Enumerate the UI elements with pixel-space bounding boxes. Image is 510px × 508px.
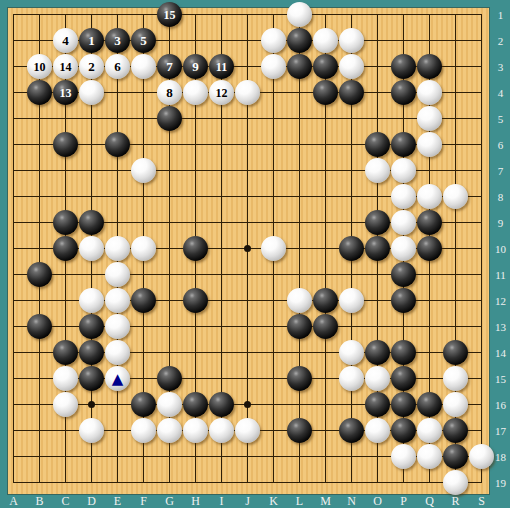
col-label-Q: Q [425,495,434,507]
stone-N14[interactable] [339,340,364,365]
row-label-10: 10 [495,243,506,254]
stone-H16[interactable] [183,392,208,417]
stone-N10[interactable] [339,236,364,261]
stone-L17[interactable] [287,418,312,443]
stone-M2[interactable] [313,28,338,53]
col-label-S: S [478,495,485,507]
stone-O10[interactable] [365,236,390,261]
col-label-K: K [269,495,278,507]
stone-E12[interactable] [105,288,130,313]
stone-Q17[interactable] [417,418,442,443]
stone-H12[interactable] [183,288,208,313]
row-label-12: 12 [495,295,506,306]
row-label-9: 9 [498,217,504,228]
col-label-N: N [347,495,356,507]
stone-Q4[interactable] [417,80,442,105]
stone-C14[interactable] [53,340,78,365]
stone-O17[interactable] [365,418,390,443]
stone-I3[interactable]: 11 [209,54,234,79]
stone-D4[interactable] [79,80,104,105]
stone-P16[interactable] [391,392,416,417]
stone-P11[interactable] [391,262,416,287]
stone-D17[interactable] [79,418,104,443]
stone-R8[interactable] [443,184,468,209]
stone-F10[interactable] [131,236,156,261]
stone-P18[interactable] [391,444,416,469]
move-number: 5 [140,34,147,47]
stone-Q16[interactable] [417,392,442,417]
stone-E6[interactable] [105,132,130,157]
stone-G17[interactable] [157,418,182,443]
col-label-R: R [451,495,459,507]
stone-R18[interactable] [443,444,468,469]
stone-G15[interactable] [157,366,182,391]
stone-F3[interactable] [131,54,156,79]
stone-F16[interactable] [131,392,156,417]
grid-line [13,482,482,483]
stone-D3[interactable]: 2 [79,54,104,79]
move-number: 15 [164,9,176,21]
move-number: 7 [166,60,173,73]
stone-O16[interactable] [365,392,390,417]
stone-P3[interactable] [391,54,416,79]
row-label-14: 14 [495,347,506,358]
row-label-1: 1 [498,9,504,20]
go-board-frame: 154135101426791113812▲ABCDEFGHIJKLMNOPQR… [0,0,510,508]
stone-B11[interactable] [27,262,52,287]
row-label-19: 19 [495,477,506,488]
stone-C9[interactable] [53,210,78,235]
stone-R19[interactable] [443,470,468,495]
col-label-L: L [296,495,303,507]
stone-L15[interactable] [287,366,312,391]
move-number: 4 [62,34,69,47]
stone-Q5[interactable] [417,106,442,131]
stone-B4[interactable] [27,80,52,105]
stone-O7[interactable] [365,158,390,183]
stone-G3[interactable]: 7 [157,54,182,79]
row-label-4: 4 [498,87,504,98]
col-label-E: E [114,495,121,507]
stone-N2[interactable] [339,28,364,53]
stone-H17[interactable] [183,418,208,443]
stone-R17[interactable] [443,418,468,443]
stone-O9[interactable] [365,210,390,235]
stone-K10[interactable] [261,236,286,261]
stone-H4[interactable] [183,80,208,105]
stone-J4[interactable] [235,80,260,105]
grid-line [299,14,300,483]
stone-D14[interactable] [79,340,104,365]
row-label-13: 13 [495,321,506,332]
stone-H10[interactable] [183,236,208,261]
stone-N12[interactable] [339,288,364,313]
stone-C16[interactable] [53,392,78,417]
move-number: 9 [192,60,199,73]
row-label-8: 8 [498,191,504,202]
stone-L12[interactable] [287,288,312,313]
col-label-B: B [35,495,43,507]
move-number: 11 [216,61,227,73]
move-number: 12 [216,87,228,99]
stone-M3[interactable] [313,54,338,79]
stone-C3[interactable]: 14 [53,54,78,79]
col-label-C: C [61,495,69,507]
stone-P6[interactable] [391,132,416,157]
row-label-6: 6 [498,139,504,150]
stone-B3[interactable]: 10 [27,54,52,79]
stone-F12[interactable] [131,288,156,313]
stone-C2[interactable]: 4 [53,28,78,53]
move-number: 1 [88,34,95,47]
col-label-I: I [220,495,224,507]
stone-F7[interactable] [131,158,156,183]
stone-Q9[interactable] [417,210,442,235]
stone-R15[interactable] [443,366,468,391]
stone-D13[interactable] [79,314,104,339]
stone-H3[interactable]: 9 [183,54,208,79]
col-label-F: F [140,495,147,507]
stone-I4[interactable]: 12 [209,80,234,105]
stone-M13[interactable] [313,314,338,339]
stone-D9[interactable] [79,210,104,235]
stone-K2[interactable] [261,28,286,53]
stone-E13[interactable] [105,314,130,339]
grid-line [481,14,482,483]
stone-C6[interactable] [53,132,78,157]
stone-R16[interactable] [443,392,468,417]
row-label-15: 15 [495,373,506,384]
row-label-5: 5 [498,113,504,124]
star-point [244,245,251,252]
stone-L1[interactable] [287,2,312,27]
stone-G5[interactable] [157,106,182,131]
move-number: 13 [60,87,72,99]
row-label-18: 18 [495,451,506,462]
stone-I17[interactable] [209,418,234,443]
stone-F2[interactable]: 5 [131,28,156,53]
stone-P8[interactable] [391,184,416,209]
stone-N3[interactable] [339,54,364,79]
stone-P7[interactable] [391,158,416,183]
stone-M12[interactable] [313,288,338,313]
stone-J17[interactable] [235,418,260,443]
stone-D12[interactable] [79,288,104,313]
move-number: 3 [114,34,121,47]
stone-E14[interactable] [105,340,130,365]
stone-L3[interactable] [287,54,312,79]
col-label-J: J [245,495,250,507]
star-point [244,401,251,408]
col-label-M: M [320,495,331,507]
row-label-16: 16 [495,399,506,410]
stone-E10[interactable] [105,236,130,261]
row-label-11: 11 [495,269,506,280]
stone-Q3[interactable] [417,54,442,79]
stone-G1[interactable]: 15 [157,2,182,27]
stone-P15[interactable] [391,366,416,391]
stone-C10[interactable] [53,236,78,261]
col-label-D: D [87,495,96,507]
col-label-G: G [165,495,174,507]
stone-O14[interactable] [365,340,390,365]
col-label-H: H [191,495,200,507]
stone-P9[interactable] [391,210,416,235]
stone-P17[interactable] [391,418,416,443]
stone-Q6[interactable] [417,132,442,157]
stone-M4[interactable] [313,80,338,105]
stone-S18[interactable] [469,444,494,469]
row-label-3: 3 [498,61,504,72]
stone-Q10[interactable] [417,236,442,261]
stone-N15[interactable] [339,366,364,391]
stone-G16[interactable] [157,392,182,417]
row-label-7: 7 [498,165,504,176]
triangle-marker: ▲ [112,372,124,387]
star-point [88,401,95,408]
stone-I16[interactable] [209,392,234,417]
stone-Q8[interactable] [417,184,442,209]
stone-R14[interactable] [443,340,468,365]
stone-G4[interactable]: 8 [157,80,182,105]
stone-P4[interactable] [391,80,416,105]
stone-Q18[interactable] [417,444,442,469]
col-label-P: P [400,495,407,507]
stone-D2[interactable]: 1 [79,28,104,53]
stone-E3[interactable]: 6 [105,54,130,79]
move-number: 10 [34,61,46,73]
stone-D15[interactable] [79,366,104,391]
move-number: 6 [114,60,121,73]
stone-E2[interactable]: 3 [105,28,130,53]
stone-E11[interactable] [105,262,130,287]
stone-N4[interactable] [339,80,364,105]
move-number: 8 [166,86,173,99]
stone-L13[interactable] [287,314,312,339]
stone-C15[interactable] [53,366,78,391]
stone-O6[interactable] [365,132,390,157]
stone-B13[interactable] [27,314,52,339]
stone-L2[interactable] [287,28,312,53]
col-label-O: O [373,495,382,507]
stone-F17[interactable] [131,418,156,443]
row-label-17: 17 [495,425,506,436]
move-number: 2 [88,60,95,73]
stone-D10[interactable] [79,236,104,261]
col-label-A: A [9,495,18,507]
move-number: 14 [60,61,72,73]
stone-N17[interactable] [339,418,364,443]
stone-P14[interactable] [391,340,416,365]
stone-P10[interactable] [391,236,416,261]
stone-K3[interactable] [261,54,286,79]
stone-O15[interactable] [365,366,390,391]
stone-C4[interactable]: 13 [53,80,78,105]
row-label-2: 2 [498,35,504,46]
stone-P12[interactable] [391,288,416,313]
